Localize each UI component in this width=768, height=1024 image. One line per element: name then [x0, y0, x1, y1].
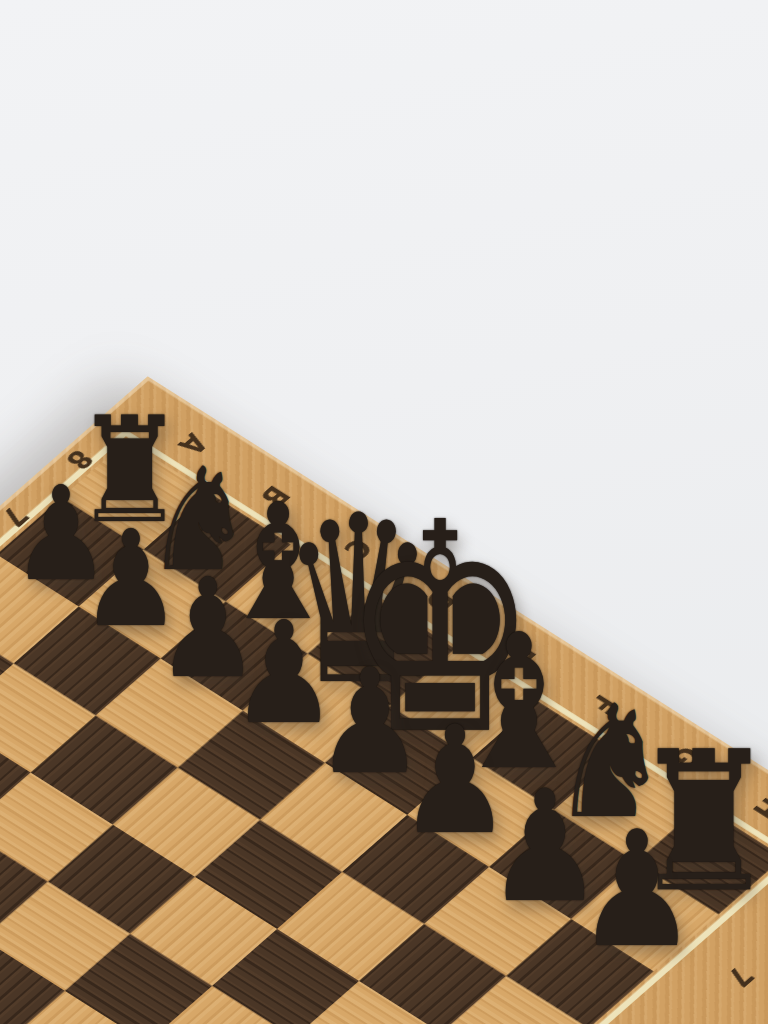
rank-label-right-6: 6 — [654, 1019, 696, 1024]
rank-label-right-7: 7 — [719, 962, 761, 992]
photo-canvas: AA88BB77CC66DD55EE44FF33GG22HH11 ♜ ♞ ♝ ♛… — [0, 0, 768, 1024]
piece-black-pawn-h7[interactable]: ♟ — [576, 810, 698, 970]
